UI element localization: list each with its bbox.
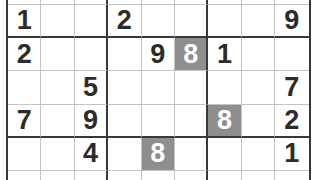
- sudoku-cell-r8c2[interactable]: [41, 171, 74, 180]
- sudoku-cell-r4c7[interactable]: 1: [208, 38, 241, 71]
- sudoku-cell-r6c8[interactable]: [242, 105, 275, 138]
- sudoku-cell-r3c3[interactable]: [75, 5, 108, 38]
- sudoku-cell-r7c3[interactable]: 4: [75, 138, 108, 171]
- sudoku-board: 1292981577982481: [6, 0, 311, 180]
- sudoku-cell-r4c2[interactable]: [41, 38, 74, 71]
- sudoku-cell-r4c5[interactable]: 9: [142, 38, 175, 71]
- sudoku-cell-r8c4[interactable]: [108, 171, 141, 180]
- sudoku-cell-r6c3[interactable]: 9: [75, 105, 108, 138]
- sudoku-cell-r8c5[interactable]: [142, 171, 175, 180]
- sudoku-cell-r8c8[interactable]: [242, 171, 275, 180]
- sudoku-cell-r6c6[interactable]: [175, 105, 208, 138]
- sudoku-cell-r6c4[interactable]: [108, 105, 141, 138]
- sudoku-cell-r8c7[interactable]: [208, 171, 241, 180]
- sudoku-cell-r3c5[interactable]: [142, 5, 175, 38]
- sudoku-cell-r3c4[interactable]: 2: [108, 5, 141, 38]
- sudoku-cell-r8c6[interactable]: [175, 171, 208, 180]
- sudoku-screen: 1292981577982481: [0, 0, 320, 180]
- sudoku-cell-r3c8[interactable]: [242, 5, 275, 38]
- sudoku-cell-r7c6[interactable]: [175, 138, 208, 171]
- sudoku-cell-r5c5[interactable]: [142, 71, 175, 104]
- sudoku-cell-r7c4[interactable]: [108, 138, 141, 171]
- sudoku-cell-r6c5[interactable]: [142, 105, 175, 138]
- sudoku-cell-r7c8[interactable]: [242, 138, 275, 171]
- sudoku-cell-r5c9[interactable]: 7: [275, 71, 308, 104]
- sudoku-cell-r4c3[interactable]: [75, 38, 108, 71]
- sudoku-cell-r5c2[interactable]: [41, 71, 74, 104]
- sudoku-cell-r7c2[interactable]: [41, 138, 74, 171]
- sudoku-cell-r7c7[interactable]: [208, 138, 241, 171]
- sudoku-cell-r7c9[interactable]: 1: [275, 138, 308, 171]
- sudoku-cell-r3c2[interactable]: [41, 5, 74, 38]
- sudoku-cell-r6c9[interactable]: 2: [275, 105, 308, 138]
- sudoku-cell-r8c9[interactable]: [275, 171, 308, 180]
- sudoku-cell-r3c1[interactable]: 1: [8, 5, 41, 38]
- sudoku-cell-r5c3[interactable]: 5: [75, 71, 108, 104]
- sudoku-cell-r3c9[interactable]: 9: [275, 5, 308, 38]
- sudoku-cell-r3c6[interactable]: [175, 5, 208, 38]
- sudoku-cell-r4c9[interactable]: [275, 38, 308, 71]
- sudoku-cell-r7c5[interactable]: 8: [142, 138, 175, 171]
- sudoku-cell-r4c6[interactable]: 8: [175, 38, 208, 71]
- sudoku-cell-r3c7[interactable]: [208, 5, 241, 38]
- sudoku-cell-r6c2[interactable]: [41, 105, 74, 138]
- sudoku-cell-r4c4[interactable]: [108, 38, 141, 71]
- sudoku-cell-r5c4[interactable]: [108, 71, 141, 104]
- sudoku-cell-r4c1[interactable]: 2: [8, 38, 41, 71]
- sudoku-cell-r8c3[interactable]: [75, 171, 108, 180]
- sudoku-cell-r5c8[interactable]: [242, 71, 275, 104]
- sudoku-cell-r5c1[interactable]: [8, 71, 41, 104]
- sudoku-cell-r5c6[interactable]: [175, 71, 208, 104]
- sudoku-cell-r4c8[interactable]: [242, 38, 275, 71]
- sudoku-cell-r6c1[interactable]: 7: [8, 105, 41, 138]
- sudoku-cell-r5c7[interactable]: [208, 71, 241, 104]
- sudoku-cell-r6c7[interactable]: 8: [208, 105, 241, 138]
- sudoku-cell-r8c1[interactable]: [8, 171, 41, 180]
- sudoku-cell-r7c1[interactable]: [8, 138, 41, 171]
